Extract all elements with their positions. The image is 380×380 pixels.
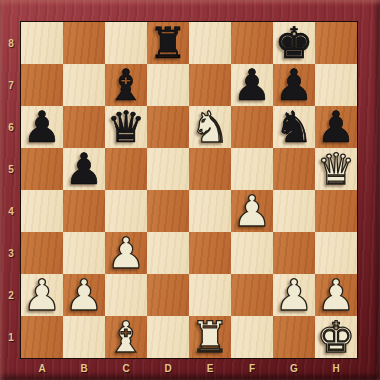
square-g2[interactable]: ♟	[273, 274, 315, 316]
square-a6[interactable]: ♟	[21, 106, 63, 148]
square-d7[interactable]	[147, 64, 189, 106]
square-c2[interactable]	[105, 274, 147, 316]
square-c3[interactable]: ♟	[105, 232, 147, 274]
rank-label-1: 1	[0, 316, 22, 358]
square-d1[interactable]	[147, 316, 189, 358]
square-e7[interactable]	[189, 64, 231, 106]
rank-label-3: 3	[0, 232, 22, 274]
square-h8[interactable]	[315, 22, 357, 64]
square-d2[interactable]	[147, 274, 189, 316]
square-e4[interactable]	[189, 190, 231, 232]
square-c1[interactable]: ♝	[105, 316, 147, 358]
square-g8[interactable]: ♚	[273, 22, 315, 64]
square-h5[interactable]: ♛	[315, 148, 357, 190]
square-f1[interactable]	[231, 316, 273, 358]
rank-label-5: 5	[0, 148, 22, 190]
square-h2[interactable]: ♟	[315, 274, 357, 316]
piece-black-knight[interactable]: ♞	[275, 106, 314, 149]
rank-label-4: 4	[0, 190, 22, 232]
piece-white-knight[interactable]: ♞	[191, 106, 230, 149]
file-label-c: C	[105, 358, 147, 378]
square-g6[interactable]: ♞	[273, 106, 315, 148]
square-c4[interactable]	[105, 190, 147, 232]
piece-white-rook[interactable]: ♜	[191, 316, 230, 359]
piece-white-pawn[interactable]: ♟	[317, 274, 356, 317]
square-h6[interactable]: ♟	[315, 106, 357, 148]
square-a7[interactable]	[21, 64, 63, 106]
rank-labels: 87654321	[0, 22, 22, 358]
rank-label-6: 6	[0, 106, 22, 148]
square-e1[interactable]: ♜	[189, 316, 231, 358]
square-h3[interactable]	[315, 232, 357, 274]
piece-white-pawn[interactable]: ♟	[233, 190, 272, 233]
square-d6[interactable]	[147, 106, 189, 148]
file-label-e: E	[189, 358, 231, 378]
square-b2[interactable]: ♟	[63, 274, 105, 316]
square-a8[interactable]	[21, 22, 63, 64]
square-g7[interactable]: ♟	[273, 64, 315, 106]
square-g4[interactable]	[273, 190, 315, 232]
square-e3[interactable]	[189, 232, 231, 274]
piece-black-rook[interactable]: ♜	[149, 22, 188, 65]
square-b3[interactable]	[63, 232, 105, 274]
piece-white-king[interactable]: ♚	[317, 316, 356, 359]
square-a5[interactable]	[21, 148, 63, 190]
square-d3[interactable]	[147, 232, 189, 274]
file-label-a: A	[21, 358, 63, 378]
rank-label-2: 2	[0, 274, 22, 316]
square-b5[interactable]: ♟	[63, 148, 105, 190]
chess-board-frame: 87654321 ♜♚♝♟♟♟♛♞♞♟♟♛♟♟♟♟♟♟♝♜♚ ABCDEFGH	[0, 0, 380, 380]
square-h7[interactable]	[315, 64, 357, 106]
square-e5[interactable]	[189, 148, 231, 190]
square-f7[interactable]: ♟	[231, 64, 273, 106]
square-g1[interactable]	[273, 316, 315, 358]
file-label-f: F	[231, 358, 273, 378]
square-f4[interactable]: ♟	[231, 190, 273, 232]
square-c8[interactable]	[105, 22, 147, 64]
square-a3[interactable]	[21, 232, 63, 274]
piece-black-queen[interactable]: ♛	[107, 106, 146, 149]
square-c7[interactable]: ♝	[105, 64, 147, 106]
square-e8[interactable]	[189, 22, 231, 64]
square-g5[interactable]	[273, 148, 315, 190]
square-e2[interactable]	[189, 274, 231, 316]
square-b1[interactable]	[63, 316, 105, 358]
rank-label-8: 8	[0, 22, 22, 64]
square-b8[interactable]	[63, 22, 105, 64]
square-f8[interactable]	[231, 22, 273, 64]
chess-board[interactable]: ♜♚♝♟♟♟♛♞♞♟♟♛♟♟♟♟♟♟♝♜♚	[21, 22, 357, 358]
piece-white-bishop[interactable]: ♝	[107, 316, 146, 359]
square-b6[interactable]	[63, 106, 105, 148]
square-a4[interactable]	[21, 190, 63, 232]
square-b4[interactable]	[63, 190, 105, 232]
square-h1[interactable]: ♚	[315, 316, 357, 358]
piece-black-bishop[interactable]: ♝	[107, 64, 146, 107]
piece-black-king[interactable]: ♚	[275, 22, 314, 65]
piece-white-pawn[interactable]: ♟	[23, 274, 62, 317]
piece-black-pawn[interactable]: ♟	[65, 148, 104, 191]
piece-white-queen[interactable]: ♛	[317, 148, 356, 191]
square-f5[interactable]	[231, 148, 273, 190]
square-a2[interactable]: ♟	[21, 274, 63, 316]
square-e6[interactable]: ♞	[189, 106, 231, 148]
square-f6[interactable]	[231, 106, 273, 148]
piece-white-pawn[interactable]: ♟	[107, 232, 146, 275]
square-h4[interactable]	[315, 190, 357, 232]
piece-black-pawn[interactable]: ♟	[317, 106, 356, 149]
square-d8[interactable]: ♜	[147, 22, 189, 64]
piece-black-pawn[interactable]: ♟	[233, 64, 272, 107]
square-c6[interactable]: ♛	[105, 106, 147, 148]
file-label-h: H	[315, 358, 357, 378]
square-g3[interactable]	[273, 232, 315, 274]
rank-label-7: 7	[0, 64, 22, 106]
file-labels: ABCDEFGH	[21, 358, 357, 378]
square-a1[interactable]	[21, 316, 63, 358]
piece-white-pawn[interactable]: ♟	[65, 274, 104, 317]
piece-white-pawn[interactable]: ♟	[275, 274, 314, 317]
file-label-b: B	[63, 358, 105, 378]
square-b7[interactable]	[63, 64, 105, 106]
piece-black-pawn[interactable]: ♟	[275, 64, 314, 107]
square-c5[interactable]	[105, 148, 147, 190]
file-label-d: D	[147, 358, 189, 378]
square-f2[interactable]	[231, 274, 273, 316]
file-label-g: G	[273, 358, 315, 378]
square-d4[interactable]	[147, 190, 189, 232]
piece-black-pawn[interactable]: ♟	[23, 106, 62, 149]
square-d5[interactable]	[147, 148, 189, 190]
square-f3[interactable]	[231, 232, 273, 274]
